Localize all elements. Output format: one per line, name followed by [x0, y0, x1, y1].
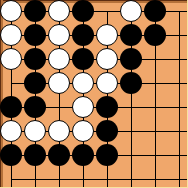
white-stone — [48, 48, 70, 70]
black-stone — [24, 48, 46, 70]
black-stone — [0, 144, 22, 166]
black-stone — [144, 24, 166, 46]
grid-line-vertical — [179, 11, 180, 188]
black-stone — [48, 144, 70, 166]
white-stone — [48, 0, 70, 22]
white-stone — [24, 120, 46, 142]
board-edge-right — [187, 0, 188, 188]
black-stone — [24, 144, 46, 166]
white-stone — [48, 24, 70, 46]
black-stone — [96, 96, 118, 118]
black-stone — [120, 24, 142, 46]
black-stone — [72, 24, 94, 46]
white-stone — [96, 24, 118, 46]
white-stone — [96, 48, 118, 70]
white-stone — [72, 120, 94, 142]
black-stone — [24, 96, 46, 118]
white-stone — [72, 72, 94, 94]
grid-line-horizontal — [11, 179, 188, 180]
black-stone — [24, 0, 46, 22]
white-stone — [72, 96, 94, 118]
black-stone — [120, 48, 142, 70]
black-stone — [72, 0, 94, 22]
black-stone — [144, 0, 166, 22]
black-stone — [72, 48, 94, 70]
black-stone — [96, 120, 118, 142]
white-stone — [48, 120, 70, 142]
black-stone — [24, 24, 46, 46]
white-stone — [0, 24, 22, 46]
white-stone — [48, 72, 70, 94]
black-stone — [120, 72, 142, 94]
board-edge-bottom — [0, 187, 188, 188]
go-board[interactable] — [0, 0, 188, 188]
white-stone — [0, 0, 22, 22]
black-stone — [72, 144, 94, 166]
black-stone — [24, 72, 46, 94]
black-stone — [0, 96, 22, 118]
white-stone — [0, 48, 22, 70]
black-stone — [96, 144, 118, 166]
white-stone — [0, 120, 22, 142]
white-stone — [120, 0, 142, 22]
white-stone — [96, 72, 118, 94]
